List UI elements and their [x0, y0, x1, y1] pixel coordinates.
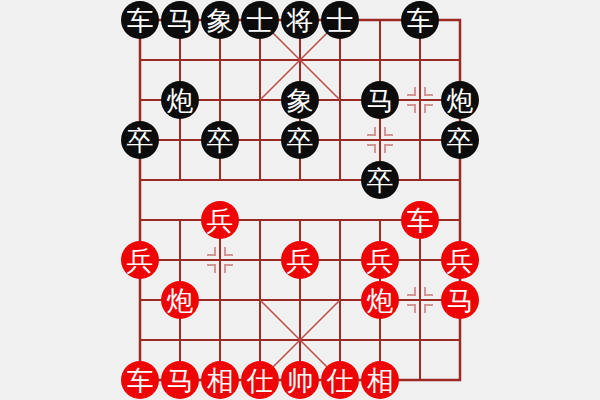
red-elephant-piece[interactable]: 相 — [201, 361, 239, 399]
board-point-f0-r2[interactable] — [120, 80, 160, 120]
red-soldier-piece[interactable]: 兵 — [441, 241, 479, 279]
board-point-f3-r5[interactable] — [240, 200, 280, 240]
red-general-piece[interactable]: 帅 — [281, 361, 319, 399]
board-point-f3-r2[interactable] — [240, 80, 280, 120]
board-point-f1-r5[interactable] — [160, 200, 200, 240]
board-point-f2-r7[interactable] — [200, 280, 240, 320]
black-soldier-piece[interactable]: 卒 — [281, 121, 319, 159]
board-point-f7-r8[interactable] — [400, 320, 440, 360]
board-point-f8-r6[interactable]: 兵 — [440, 240, 480, 280]
board-point-f1-r0[interactable]: 马 — [160, 0, 200, 40]
board-point-f8-r0[interactable] — [440, 0, 480, 40]
board-point-f6-r7[interactable]: 炮 — [360, 280, 400, 320]
board-point-f0-r7[interactable] — [120, 280, 160, 320]
black-general-piece[interactable]: 将 — [281, 1, 319, 39]
board-point-f6-r4[interactable]: 卒 — [360, 160, 400, 200]
board-point-f6-r0[interactable] — [360, 0, 400, 40]
black-soldier-piece[interactable]: 卒 — [121, 121, 159, 159]
board-point-f3-r1[interactable] — [240, 40, 280, 80]
board-point-f4-r3[interactable]: 卒 — [280, 120, 320, 160]
board-point-f7-r3[interactable] — [400, 120, 440, 160]
board-point-f6-r8[interactable] — [360, 320, 400, 360]
board-point-f1-r7[interactable]: 炮 — [160, 280, 200, 320]
red-cannon-piece[interactable]: 炮 — [161, 281, 199, 319]
board-point-f6-r9[interactable]: 相 — [360, 360, 400, 400]
board-point-f0-r5[interactable] — [120, 200, 160, 240]
black-chariot-piece[interactable]: 车 — [121, 1, 159, 39]
xiangqi-board-grid: 车马象士将士车炮象马炮卒卒卒卒卒兵车兵兵兵兵炮炮马车马相仕帅仕相 — [120, 0, 480, 400]
board-point-f5-r7[interactable] — [320, 280, 360, 320]
board-point-f7-r5[interactable]: 车 — [400, 200, 440, 240]
board-point-f2-r3[interactable]: 卒 — [200, 120, 240, 160]
black-soldier-piece[interactable]: 卒 — [361, 161, 399, 199]
board-point-f0-r6[interactable]: 兵 — [120, 240, 160, 280]
red-advisor-piece[interactable]: 仕 — [321, 361, 359, 399]
board-point-f5-r6[interactable] — [320, 240, 360, 280]
black-advisor-piece[interactable]: 士 — [241, 1, 279, 39]
black-cannon-piece[interactable]: 炮 — [161, 81, 199, 119]
board-point-f5-r1[interactable] — [320, 40, 360, 80]
board-point-f0-r0[interactable]: 车 — [120, 0, 160, 40]
board-point-f0-r3[interactable]: 卒 — [120, 120, 160, 160]
board-point-f1-r8[interactable] — [160, 320, 200, 360]
board-point-f5-r4[interactable] — [320, 160, 360, 200]
board-point-f2-r1[interactable] — [200, 40, 240, 80]
board-point-f3-r3[interactable] — [240, 120, 280, 160]
red-soldier-piece[interactable]: 兵 — [121, 241, 159, 279]
board-point-f6-r3[interactable] — [360, 120, 400, 160]
red-advisor-piece[interactable]: 仕 — [241, 361, 279, 399]
board-point-f1-r9[interactable]: 马 — [160, 360, 200, 400]
black-elephant-piece[interactable]: 象 — [201, 1, 239, 39]
red-horse-piece[interactable]: 马 — [161, 361, 199, 399]
red-chariot-piece[interactable]: 车 — [121, 361, 159, 399]
board-point-f3-r8[interactable] — [240, 320, 280, 360]
board-point-f5-r5[interactable] — [320, 200, 360, 240]
red-horse-piece[interactable]: 马 — [441, 281, 479, 319]
red-chariot-piece[interactable]: 车 — [401, 201, 439, 239]
board-point-f4-r1[interactable] — [280, 40, 320, 80]
board-point-f2-r4[interactable] — [200, 160, 240, 200]
board-point-f2-r5[interactable]: 兵 — [200, 200, 240, 240]
board-point-f3-r9[interactable]: 仕 — [240, 360, 280, 400]
xiangqi-app: 车马象士将士车炮象马炮卒卒卒卒卒兵车兵兵兵兵炮炮马车马相仕帅仕相 — [0, 0, 600, 400]
black-horse-piece[interactable]: 马 — [161, 1, 199, 39]
board-point-f7-r2[interactable] — [400, 80, 440, 120]
board-point-f4-r0[interactable]: 将 — [280, 0, 320, 40]
board-point-f1-r4[interactable] — [160, 160, 200, 200]
board-point-f0-r4[interactable] — [120, 160, 160, 200]
board-point-f7-r0[interactable]: 车 — [400, 0, 440, 40]
board-point-f8-r3[interactable]: 卒 — [440, 120, 480, 160]
board-point-f8-r2[interactable]: 炮 — [440, 80, 480, 120]
board-point-f3-r7[interactable] — [240, 280, 280, 320]
board-point-f4-r6[interactable]: 兵 — [280, 240, 320, 280]
black-horse-piece[interactable]: 马 — [361, 81, 399, 119]
board-point-f7-r9[interactable] — [400, 360, 440, 400]
board-point-f5-r9[interactable]: 仕 — [320, 360, 360, 400]
board-point-f7-r4[interactable] — [400, 160, 440, 200]
board-point-f2-r2[interactable] — [200, 80, 240, 120]
board-point-f5-r2[interactable] — [320, 80, 360, 120]
board-point-f4-r8[interactable] — [280, 320, 320, 360]
red-soldier-piece[interactable]: 兵 — [201, 201, 239, 239]
board-point-f6-r1[interactable] — [360, 40, 400, 80]
board-point-f2-r8[interactable] — [200, 320, 240, 360]
board-point-f1-r2[interactable]: 炮 — [160, 80, 200, 120]
red-soldier-piece[interactable]: 兵 — [281, 241, 319, 279]
board-point-f3-r4[interactable] — [240, 160, 280, 200]
board-point-f0-r8[interactable] — [120, 320, 160, 360]
board-point-f8-r8[interactable] — [440, 320, 480, 360]
board-point-f1-r3[interactable] — [160, 120, 200, 160]
red-elephant-piece[interactable]: 相 — [361, 361, 399, 399]
board-point-f2-r6[interactable] — [200, 240, 240, 280]
black-cannon-piece[interactable]: 炮 — [441, 81, 479, 119]
board-point-f0-r1[interactable] — [120, 40, 160, 80]
board-point-f5-r8[interactable] — [320, 320, 360, 360]
board-point-f8-r1[interactable] — [440, 40, 480, 80]
black-soldier-piece[interactable]: 卒 — [201, 121, 239, 159]
board-point-f8-r4[interactable] — [440, 160, 480, 200]
board-point-f7-r7[interactable] — [400, 280, 440, 320]
board-point-f7-r6[interactable] — [400, 240, 440, 280]
board-point-f4-r4[interactable] — [280, 160, 320, 200]
board-point-f6-r6[interactable]: 兵 — [360, 240, 400, 280]
black-soldier-piece[interactable]: 卒 — [441, 121, 479, 159]
board-point-f8-r5[interactable] — [440, 200, 480, 240]
board-point-f6-r2[interactable]: 马 — [360, 80, 400, 120]
board-point-f3-r6[interactable] — [240, 240, 280, 280]
board-point-f4-r9[interactable]: 帅 — [280, 360, 320, 400]
board-point-f8-r7[interactable]: 马 — [440, 280, 480, 320]
red-soldier-piece[interactable]: 兵 — [361, 241, 399, 279]
board-point-f5-r0[interactable]: 士 — [320, 0, 360, 40]
board-point-f3-r0[interactable]: 士 — [240, 0, 280, 40]
board-point-f8-r9[interactable] — [440, 360, 480, 400]
board-point-f7-r1[interactable] — [400, 40, 440, 80]
black-advisor-piece[interactable]: 士 — [321, 1, 359, 39]
black-elephant-piece[interactable]: 象 — [281, 81, 319, 119]
board-point-f1-r6[interactable] — [160, 240, 200, 280]
board-point-f2-r9[interactable]: 相 — [200, 360, 240, 400]
board-point-f4-r5[interactable] — [280, 200, 320, 240]
board-point-f2-r0[interactable]: 象 — [200, 0, 240, 40]
red-cannon-piece[interactable]: 炮 — [361, 281, 399, 319]
board-point-f5-r3[interactable] — [320, 120, 360, 160]
board-point-f1-r1[interactable] — [160, 40, 200, 80]
board-point-f6-r5[interactable] — [360, 200, 400, 240]
board-point-f0-r9[interactable]: 车 — [120, 360, 160, 400]
black-chariot-piece[interactable]: 车 — [401, 1, 439, 39]
board-point-f4-r2[interactable]: 象 — [280, 80, 320, 120]
board-point-f4-r7[interactable] — [280, 280, 320, 320]
